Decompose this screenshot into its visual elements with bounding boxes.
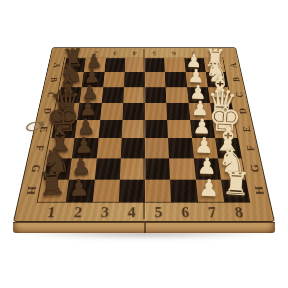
- file-label-left-c: C: [44, 92, 58, 97]
- photo-stage: AABBCCDDEEFFGGHH1122334455667788 ♜♞♝♛♚♝♞…: [0, 0, 288, 288]
- file-label-left-b: B: [47, 77, 60, 82]
- rank-label-bottom-3: 3: [100, 204, 109, 221]
- rank-label-bottom-5: 5: [154, 204, 162, 221]
- rank-label-bottom-6: 6: [181, 204, 190, 221]
- rank-label-top-5: 5: [152, 49, 156, 56]
- chess-board: AABBCCDDEEFFGGHH1122334455667788: [13, 47, 275, 222]
- file-label-left-g: G: [27, 165, 43, 173]
- rank-label-top-2: 2: [94, 49, 99, 56]
- file-label-right-f: F: [243, 145, 258, 151]
- file-label-left-f: F: [32, 145, 47, 151]
- file-label-right-d: D: [235, 108, 249, 114]
- file-label-right-a: A: [227, 63, 240, 68]
- file-label-left-e: E: [36, 126, 51, 132]
- file-label-left-h: H: [22, 187, 39, 196]
- rank-label-top-7: 7: [191, 49, 196, 56]
- file-label-left-a: A: [50, 63, 63, 68]
- file-label-right-g: G: [246, 165, 262, 173]
- board-scene: AABBCCDDEEFFGGHH1122334455667788 ♜♞♝♛♚♝♞…: [13, 0, 275, 222]
- fold-seam: [143, 49, 145, 219]
- file-label-right-h: H: [251, 187, 268, 196]
- rank-label-top-3: 3: [113, 49, 118, 56]
- rank-label-top-6: 6: [171, 49, 176, 56]
- rank-label-top-1: 1: [74, 49, 79, 56]
- file-label-left-d: D: [40, 108, 54, 114]
- file-label-right-b: B: [229, 77, 242, 82]
- board-front-edge: [13, 222, 275, 233]
- rank-label-top-4: 4: [133, 49, 137, 56]
- file-label-right-e: E: [239, 126, 254, 132]
- file-label-right-c: C: [232, 92, 246, 97]
- rank-label-bottom-4: 4: [127, 204, 135, 221]
